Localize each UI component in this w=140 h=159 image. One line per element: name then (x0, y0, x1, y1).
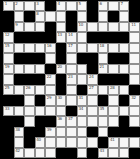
black-cell (87, 64, 98, 74)
white-cell[interactable]: 12 (3, 32, 14, 42)
black-cell (35, 53, 46, 63)
black-cell (35, 116, 46, 126)
black-cell (35, 95, 46, 105)
black-cell (14, 95, 25, 105)
white-cell[interactable] (77, 64, 88, 74)
white-cell[interactable] (45, 85, 56, 95)
black-cell (77, 85, 88, 95)
black-cell (66, 11, 77, 21)
white-cell[interactable] (129, 64, 140, 74)
white-cell[interactable] (119, 85, 130, 95)
clue-number: 24 (89, 75, 94, 80)
white-cell[interactable] (35, 64, 46, 74)
white-cell[interactable]: 6 (98, 1, 109, 11)
black-cell (56, 74, 67, 84)
white-cell[interactable] (45, 106, 56, 116)
white-cell[interactable] (45, 137, 56, 147)
white-cell[interactable] (98, 22, 109, 32)
white-cell[interactable] (77, 116, 88, 126)
white-cell[interactable] (77, 127, 88, 137)
clue-number: 12 (5, 33, 10, 38)
white-cell[interactable] (77, 11, 88, 21)
white-cell[interactable] (119, 106, 130, 116)
clue-number: 18 (100, 44, 105, 49)
white-cell[interactable]: 19 (3, 64, 14, 74)
white-cell[interactable] (66, 137, 77, 147)
white-cell[interactable] (45, 11, 56, 21)
black-cell (24, 53, 35, 63)
white-cell[interactable] (108, 43, 119, 53)
black-cell (66, 148, 77, 158)
white-cell[interactable] (108, 64, 119, 74)
white-cell[interactable]: 27 (87, 85, 98, 95)
black-cell (24, 32, 35, 42)
white-cell[interactable]: 24 (87, 74, 98, 84)
black-cell (24, 137, 35, 147)
black-cell (35, 74, 46, 84)
white-cell[interactable]: 42 (14, 148, 25, 158)
white-cell[interactable] (14, 85, 25, 95)
white-cell[interactable]: 28 (108, 85, 119, 95)
white-cell[interactable] (129, 137, 140, 147)
white-cell[interactable] (66, 85, 77, 95)
white-cell[interactable] (98, 116, 109, 126)
white-cell[interactable]: 22 (45, 74, 56, 84)
clue-number: 26 (26, 86, 31, 91)
white-cell[interactable] (119, 137, 130, 147)
white-cell[interactable]: 8 (35, 11, 46, 21)
white-cell[interactable] (129, 32, 140, 42)
black-cell (66, 22, 77, 32)
white-cell[interactable]: 20 (56, 64, 67, 74)
clue-number: 27 (89, 86, 94, 91)
white-cell[interactable] (24, 43, 35, 53)
white-cell[interactable] (66, 64, 77, 74)
white-cell[interactable]: 10 (77, 22, 88, 32)
clue-number: 34 (78, 107, 83, 112)
black-cell (45, 1, 56, 11)
white-cell[interactable] (14, 64, 25, 74)
clue-number: 16 (47, 44, 52, 49)
white-cell[interactable] (119, 64, 130, 74)
white-cell[interactable] (24, 148, 35, 158)
black-cell (98, 95, 109, 105)
white-cell[interactable] (56, 137, 67, 147)
black-cell (87, 1, 98, 11)
white-cell[interactable] (119, 22, 130, 32)
black-cell (14, 53, 25, 63)
white-cell[interactable] (35, 22, 46, 32)
black-cell (87, 11, 98, 21)
clue-number: 3 (36, 2, 38, 7)
clue-number: 43 (100, 149, 105, 154)
white-cell[interactable] (56, 127, 67, 137)
white-cell[interactable] (108, 116, 119, 126)
white-cell[interactable]: 13 (56, 32, 67, 42)
white-cell[interactable] (119, 148, 130, 158)
clue-number: 8 (36, 12, 38, 17)
black-cell (3, 95, 14, 105)
white-cell[interactable] (66, 53, 77, 63)
white-cell[interactable] (98, 127, 109, 137)
black-cell (35, 32, 46, 42)
white-cell[interactable]: 25 (3, 85, 14, 95)
black-cell (119, 127, 130, 137)
white-cell[interactable] (77, 148, 88, 158)
white-cell[interactable] (87, 116, 98, 126)
black-cell (3, 148, 14, 158)
clue-number: 39 (47, 128, 52, 133)
clue-number: 32 (131, 96, 136, 101)
white-cell[interactable] (35, 43, 46, 53)
clue-number: 11 (131, 23, 136, 28)
white-cell[interactable] (98, 85, 109, 95)
white-cell[interactable] (45, 148, 56, 158)
clue-number: 37 (68, 117, 73, 122)
clue-number: 38 (15, 128, 20, 133)
white-cell[interactable] (56, 11, 67, 21)
white-cell[interactable] (119, 11, 130, 21)
white-cell[interactable] (35, 106, 46, 116)
white-cell[interactable] (129, 106, 140, 116)
white-cell[interactable] (24, 106, 35, 116)
white-cell[interactable]: 11 (129, 22, 140, 32)
crossword-screenshot: 1234567891011121314151617181920212223242… (0, 0, 140, 159)
black-cell (129, 11, 140, 21)
clue-number: 17 (68, 44, 73, 49)
white-cell[interactable] (14, 137, 25, 147)
white-cell[interactable] (98, 53, 109, 63)
white-cell[interactable] (87, 43, 98, 53)
clue-number: 33 (5, 107, 10, 112)
black-cell (87, 127, 98, 137)
crossword-grid: 1234567891011121314151617181920212223242… (3, 1, 140, 158)
clue-number: 36 (57, 117, 62, 122)
white-cell[interactable] (24, 95, 35, 105)
clue-number: 6 (100, 2, 102, 7)
white-cell[interactable] (3, 74, 14, 84)
white-cell[interactable] (129, 53, 140, 63)
black-cell (3, 127, 14, 137)
white-cell[interactable] (35, 148, 46, 158)
black-cell (45, 116, 56, 126)
white-cell[interactable] (77, 32, 88, 42)
white-cell[interactable] (3, 53, 14, 63)
black-cell (119, 32, 130, 42)
clue-number: 40 (36, 138, 41, 143)
white-cell[interactable] (66, 1, 77, 11)
white-cell[interactable] (87, 106, 98, 116)
white-cell[interactable] (129, 116, 140, 126)
white-cell[interactable]: 36 (56, 116, 67, 126)
clue-number: 28 (110, 86, 115, 91)
white-cell[interactable]: 32 (129, 95, 140, 105)
black-cell (45, 64, 56, 74)
black-cell (87, 53, 98, 63)
clue-number: 20 (57, 65, 62, 70)
black-cell (119, 74, 130, 84)
black-cell (108, 11, 119, 21)
clue-number: 29 (47, 96, 52, 101)
white-cell[interactable]: 41 (108, 137, 119, 147)
clue-number: 35 (100, 107, 105, 112)
clue-number: 1 (5, 2, 7, 7)
black-cell (108, 32, 119, 42)
white-cell[interactable] (77, 137, 88, 147)
white-cell[interactable] (129, 74, 140, 84)
white-cell[interactable] (108, 95, 119, 105)
white-cell[interactable] (77, 43, 88, 53)
white-cell[interactable]: 18 (98, 43, 109, 53)
clue-number: 25 (5, 86, 10, 91)
white-cell[interactable]: 1 (3, 1, 14, 11)
clue-number: 31 (78, 96, 83, 101)
black-cell (3, 11, 14, 21)
white-cell[interactable] (66, 95, 77, 105)
white-cell[interactable]: 31 (77, 95, 88, 105)
white-cell[interactable] (14, 11, 25, 21)
black-cell (56, 43, 67, 53)
white-cell[interactable] (56, 22, 67, 32)
white-cell[interactable] (87, 95, 98, 105)
clue-number: 13 (57, 33, 62, 38)
clue-number: 19 (5, 65, 10, 70)
black-cell (3, 116, 14, 126)
white-cell[interactable] (119, 43, 130, 53)
white-cell[interactable] (24, 22, 35, 32)
black-cell (108, 127, 119, 137)
white-cell[interactable]: 43 (98, 148, 109, 158)
black-cell (129, 127, 140, 137)
white-cell[interactable] (108, 1, 119, 11)
white-cell[interactable]: 3 (35, 1, 46, 11)
clue-number: 4 (57, 2, 59, 7)
white-cell[interactable]: 37 (66, 116, 77, 126)
white-cell[interactable]: 14 (66, 32, 77, 42)
white-cell[interactable]: 16 (45, 43, 56, 53)
black-cell (14, 116, 25, 126)
black-cell (45, 22, 56, 32)
black-cell (14, 74, 25, 84)
white-cell[interactable]: 38 (14, 127, 25, 137)
white-cell[interactable]: 39 (45, 127, 56, 137)
clue-number: 30 (57, 96, 62, 101)
white-cell[interactable] (56, 106, 67, 116)
white-cell[interactable]: 15 (3, 43, 14, 53)
black-cell (119, 95, 130, 105)
black-cell (24, 11, 35, 21)
white-cell[interactable] (24, 116, 35, 126)
black-cell (98, 137, 109, 147)
black-cell (87, 32, 98, 42)
white-cell[interactable]: 35 (98, 106, 109, 116)
black-cell (129, 85, 140, 95)
black-cell (3, 22, 14, 32)
white-cell[interactable] (87, 22, 98, 32)
clue-number: 22 (47, 75, 52, 80)
white-cell[interactable]: 34 (77, 106, 88, 116)
white-cell[interactable]: 26 (24, 85, 35, 95)
white-cell[interactable]: 17 (66, 43, 77, 53)
black-cell (98, 74, 109, 84)
white-cell[interactable]: 2 (14, 1, 25, 11)
clue-number: 23 (68, 75, 73, 80)
clue-number: 2 (15, 2, 17, 7)
clue-number: 41 (110, 138, 115, 143)
white-cell[interactable] (129, 43, 140, 53)
black-cell (98, 32, 109, 42)
clue-number: 14 (68, 33, 73, 38)
clue-number: 10 (78, 23, 83, 28)
white-cell[interactable] (108, 148, 119, 158)
black-cell (56, 148, 67, 158)
black-cell (108, 74, 119, 84)
white-cell[interactable] (108, 106, 119, 116)
black-cell (108, 53, 119, 63)
black-cell (129, 148, 140, 158)
black-cell (14, 32, 25, 42)
black-cell (77, 53, 88, 63)
clue-number: 21 (100, 65, 105, 70)
clue-number: 5 (78, 2, 80, 7)
white-cell[interactable] (108, 22, 119, 32)
white-cell[interactable] (14, 106, 25, 116)
black-cell (129, 1, 140, 11)
black-cell (66, 106, 77, 116)
black-cell (87, 148, 98, 158)
white-cell[interactable] (66, 127, 77, 137)
white-cell[interactable]: 23 (66, 74, 77, 84)
white-cell[interactable] (98, 11, 109, 21)
white-cell[interactable]: 7 (119, 1, 130, 11)
white-cell[interactable] (77, 74, 88, 84)
black-cell (45, 32, 56, 42)
white-cell[interactable] (87, 137, 98, 147)
white-cell[interactable]: 21 (98, 64, 109, 74)
clue-number: 9 (15, 23, 17, 28)
black-cell (3, 137, 14, 147)
clue-number: 42 (15, 149, 20, 154)
black-cell (35, 127, 46, 137)
white-cell[interactable]: 29 (45, 95, 56, 105)
white-cell[interactable]: 9 (14, 22, 25, 32)
white-cell[interactable] (24, 64, 35, 74)
white-cell[interactable]: 40 (35, 137, 46, 147)
clue-number: 15 (5, 44, 10, 49)
white-cell[interactable] (35, 85, 46, 95)
white-cell[interactable]: 33 (3, 106, 14, 116)
black-cell (56, 85, 67, 95)
black-cell (119, 53, 130, 63)
white-cell[interactable] (45, 53, 56, 63)
white-cell[interactable] (24, 1, 35, 11)
clue-number: 7 (121, 2, 123, 7)
black-cell (119, 116, 130, 126)
white-cell[interactable]: 30 (56, 95, 67, 105)
white-cell[interactable]: 4 (56, 1, 67, 11)
black-cell (24, 74, 35, 84)
black-cell (56, 53, 67, 63)
black-cell (24, 127, 35, 137)
white-cell[interactable]: 5 (77, 1, 88, 11)
white-cell[interactable] (14, 43, 25, 53)
